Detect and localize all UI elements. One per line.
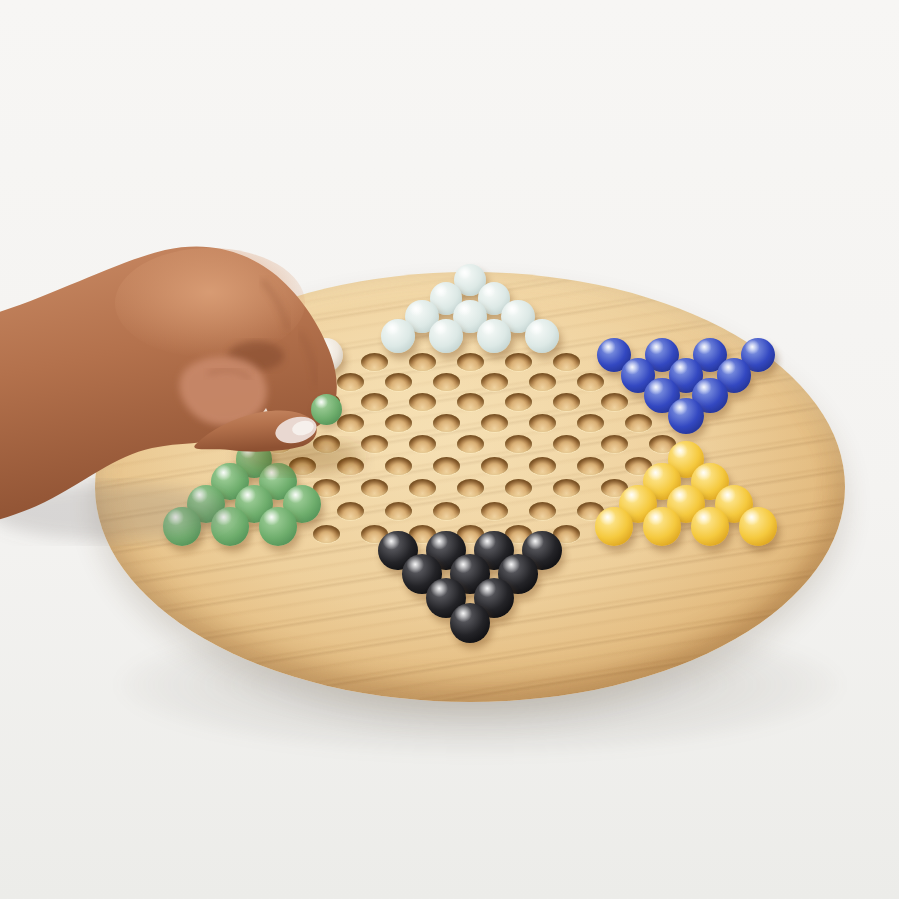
hand-thumb — [0, 0, 899, 899]
photo-scene — [0, 0, 899, 899]
